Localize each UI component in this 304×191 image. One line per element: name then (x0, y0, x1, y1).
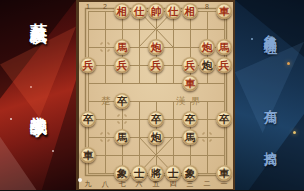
board-frame-right (233, 0, 236, 190)
right-title-panel: 象棋棋理 布局 控局 (235, 0, 304, 190)
piece-black-pawn[interactable]: 卒 (114, 93, 130, 109)
piece-red-pawn[interactable]: 兵 (182, 57, 198, 73)
piece-black-king[interactable]: 將 (148, 165, 164, 181)
sparkle-dot (10, 118, 12, 120)
piece-red-cannon[interactable]: 炮 (148, 39, 164, 55)
piece-black-pawn[interactable]: 卒 (182, 111, 198, 127)
channel-title: 莫愁象棋 (27, 9, 50, 15)
piece-black-horse[interactable]: 馬 (114, 129, 130, 145)
piece-red-pawn[interactable]: 兵 (114, 57, 130, 73)
piece-black-elephant[interactable]: 象 (114, 165, 130, 181)
piece-red-pawn[interactable]: 兵 (148, 57, 164, 73)
piece-black-rook[interactable]: 車 (216, 165, 232, 181)
board-frame-bottom (76, 189, 235, 191)
piece-red-elephant[interactable]: 相 (114, 3, 130, 19)
piece-red-rook[interactable]: 車 (216, 3, 232, 19)
glow-dot (251, 38, 253, 40)
piece-black-advisor[interactable]: 士 (165, 165, 181, 181)
move-indicator-dot (78, 178, 82, 182)
piece-black-cannon[interactable]: 炮 (148, 129, 164, 145)
piece-red-cannon[interactable]: 炮 (199, 39, 215, 55)
subtitle-practical-teaching: 实战教学 (27, 102, 50, 108)
xiangqi-board[interactable]: 楚河 漢界 123456789 九八七六五四三二一 相仕帥仕相車馬炮炮馬兵兵兵兵… (76, 0, 235, 190)
piece-black-cannon[interactable]: 炮 (199, 57, 215, 73)
piece-red-king[interactable]: 帥 (148, 3, 164, 19)
piece-red-horse[interactable]: 馬 (216, 39, 232, 55)
sparkle-dot (30, 86, 32, 88)
piece-black-pawn[interactable]: 卒 (216, 111, 232, 127)
left-title-panel: 莫愁象棋 实战教学 (0, 0, 76, 190)
piece-black-rook[interactable]: 車 (80, 147, 96, 163)
sparkle-dot (52, 150, 54, 152)
piece-red-advisor[interactable]: 仕 (131, 3, 147, 19)
right-caption-opening: 布局 (261, 99, 279, 105)
piece-black-horse[interactable]: 馬 (182, 129, 198, 145)
piece-red-pawn[interactable]: 兵 (216, 57, 232, 73)
piece-red-pawn[interactable]: 兵 (80, 57, 96, 73)
piece-red-rook[interactable]: 車 (182, 75, 198, 91)
piece-red-advisor[interactable]: 仕 (165, 3, 181, 19)
right-caption-principles: 象棋棋理 (261, 23, 279, 35)
piece-black-elephant[interactable]: 象 (182, 165, 198, 181)
piece-red-elephant[interactable]: 相 (182, 3, 198, 19)
glow-dot (293, 131, 296, 134)
piece-red-horse[interactable]: 馬 (114, 39, 130, 55)
piece-black-advisor[interactable]: 士 (131, 165, 147, 181)
thumbnail-stage: 莫愁象棋 实战教学 象棋棋理 布局 控局 楚河 漢界 12345678 (0, 0, 304, 190)
glow-dot (287, 62, 290, 65)
board-frame-left (76, 0, 79, 190)
piece-black-pawn[interactable]: 卒 (148, 111, 164, 127)
right-caption-control: 控局 (261, 141, 279, 147)
piece-black-pawn[interactable]: 卒 (80, 111, 96, 127)
piece-grid: 相仕帥仕相車馬炮炮馬兵兵兵兵炮兵車卒卒卒卒卒馬炮馬車象士將士象車 (80, 2, 233, 182)
